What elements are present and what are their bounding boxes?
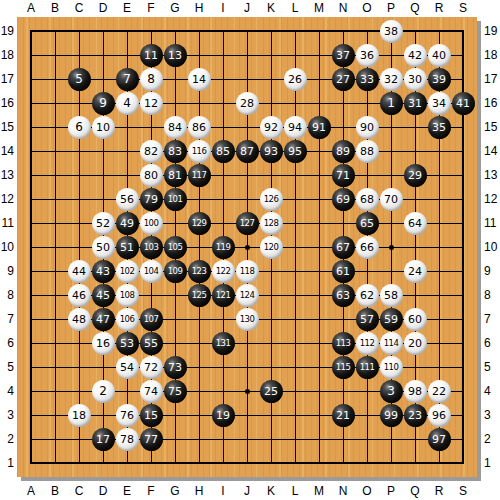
row-label-left: 15 xyxy=(0,119,14,135)
stone-W-P12: 70 xyxy=(380,188,403,211)
col-label-bottom: A xyxy=(19,484,43,499)
move-number: 75 xyxy=(168,386,182,397)
move-number: 8 xyxy=(147,73,155,85)
stone-W-E3: 76 xyxy=(116,404,139,427)
stone-B-M15: 91 xyxy=(308,116,331,139)
stone-W-J9: 118 xyxy=(236,260,259,283)
row-label-right: 10 xyxy=(484,239,498,255)
move-number: 39 xyxy=(432,74,446,85)
stone-B-G4: 75 xyxy=(164,380,187,403)
stone-B-P7: 59 xyxy=(380,308,403,331)
col-label-bottom: J xyxy=(235,484,259,499)
move-number: 33 xyxy=(360,74,374,85)
stone-B-L14: 95 xyxy=(284,140,307,163)
move-number: 89 xyxy=(336,146,350,157)
move-number: 4 xyxy=(123,97,131,109)
stone-W-D10: 50 xyxy=(92,236,115,259)
move-number: 68 xyxy=(360,194,374,205)
move-number: 14 xyxy=(192,74,206,85)
stone-B-N13: 71 xyxy=(332,164,355,187)
move-number: 110 xyxy=(384,363,399,372)
stone-W-R4: 22 xyxy=(428,380,451,403)
row-label-right: 18 xyxy=(484,47,498,63)
move-number: 106 xyxy=(120,315,135,324)
move-number: 127 xyxy=(240,219,255,228)
move-number: 83 xyxy=(168,146,182,157)
stone-W-D15: 10 xyxy=(92,116,115,139)
move-number: 22 xyxy=(432,386,446,397)
stone-W-Q9: 24 xyxy=(404,260,427,283)
move-number: 69 xyxy=(336,194,350,205)
move-number: 124 xyxy=(240,291,255,300)
move-number: 13 xyxy=(168,50,182,61)
stone-B-K14: 93 xyxy=(260,140,283,163)
stone-W-E5: 54 xyxy=(116,356,139,379)
stone-B-I3: 19 xyxy=(212,404,235,427)
stone-W-O18: 36 xyxy=(356,44,379,67)
move-number: 86 xyxy=(192,122,206,133)
stone-B-N14: 89 xyxy=(332,140,355,163)
move-number: 20 xyxy=(408,338,422,349)
row-label-right: 12 xyxy=(484,191,498,207)
stone-B-J14: 87 xyxy=(236,140,259,163)
go-board: 1234567891011121314151617181920212223242… xyxy=(17,17,477,477)
row-label-left: 16 xyxy=(0,95,14,111)
move-number: 128 xyxy=(264,219,279,228)
stone-W-O8: 62 xyxy=(356,284,379,307)
stone-W-F9: 104 xyxy=(140,260,163,283)
stone-B-D8: 45 xyxy=(92,284,115,307)
col-label-bottom: F xyxy=(139,484,163,499)
row-label-left: 12 xyxy=(0,191,14,207)
stone-W-Q11: 64 xyxy=(404,212,427,235)
stone-B-D16: 9 xyxy=(92,92,115,115)
move-number: 42 xyxy=(408,50,422,61)
stone-B-R15: 35 xyxy=(428,116,451,139)
stone-W-F16: 12 xyxy=(140,92,163,115)
stone-B-G12: 101 xyxy=(164,188,187,211)
move-number: 58 xyxy=(384,290,398,301)
move-number: 118 xyxy=(240,267,255,276)
col-label-bottom: C xyxy=(67,484,91,499)
move-number: 72 xyxy=(144,362,158,373)
stone-W-D6: 16 xyxy=(92,332,115,355)
col-label-top: B xyxy=(43,1,67,16)
stone-B-D9: 43 xyxy=(92,260,115,283)
row-label-left: 14 xyxy=(0,143,14,159)
stone-B-N17: 27 xyxy=(332,68,355,91)
move-number: 101 xyxy=(168,195,183,204)
star-point xyxy=(389,245,394,250)
col-label-top: C xyxy=(67,1,91,16)
move-number: 62 xyxy=(360,290,374,301)
stone-B-N12: 69 xyxy=(332,188,355,211)
stone-W-R16: 34 xyxy=(428,92,451,115)
row-label-right: 13 xyxy=(484,167,498,183)
move-number: 78 xyxy=(120,434,134,445)
stone-B-D7: 47 xyxy=(92,308,115,331)
stone-B-I8: 121 xyxy=(212,284,235,307)
stone-W-J8: 124 xyxy=(236,284,259,307)
move-number: 123 xyxy=(192,267,207,276)
move-number: 97 xyxy=(432,434,446,445)
move-number: 111 xyxy=(360,363,375,372)
stone-B-H9: 123 xyxy=(188,260,211,283)
move-number: 88 xyxy=(360,146,374,157)
stone-W-K12: 126 xyxy=(260,188,283,211)
stone-B-F10: 103 xyxy=(140,236,163,259)
move-number: 94 xyxy=(288,122,302,133)
col-label-bottom: Q xyxy=(403,484,427,499)
stone-W-F17: 8 xyxy=(140,68,163,91)
row-label-right: 6 xyxy=(484,335,498,351)
row-label-right: 1 xyxy=(484,455,498,471)
move-number: 80 xyxy=(144,170,158,181)
col-label-bottom: L xyxy=(283,484,307,499)
stone-W-C7: 48 xyxy=(68,308,91,331)
stone-W-E12: 56 xyxy=(116,188,139,211)
move-number: 120 xyxy=(264,243,279,252)
move-number: 49 xyxy=(120,218,134,229)
stone-B-J11: 127 xyxy=(236,212,259,235)
stone-W-F4: 74 xyxy=(140,380,163,403)
stone-B-F6: 55 xyxy=(140,332,163,355)
move-number: 117 xyxy=(192,171,207,180)
move-number: 81 xyxy=(168,170,182,181)
col-label-top: A xyxy=(19,1,43,16)
move-number: 10 xyxy=(96,122,110,133)
stone-B-E10: 51 xyxy=(116,236,139,259)
move-number: 82 xyxy=(144,146,158,157)
stone-B-F12: 79 xyxy=(140,188,163,211)
move-number: 38 xyxy=(384,26,398,37)
col-label-top: G xyxy=(163,1,187,16)
stone-W-E7: 106 xyxy=(116,308,139,331)
col-label-top: L xyxy=(283,1,307,16)
move-number: 26 xyxy=(288,74,302,85)
col-label-bottom: M xyxy=(307,484,331,499)
stone-B-G18: 13 xyxy=(164,44,187,67)
move-number: 85 xyxy=(216,146,230,157)
row-label-left: 4 xyxy=(0,383,14,399)
move-number: 107 xyxy=(144,315,159,324)
stone-W-H14: 116 xyxy=(188,140,211,163)
stone-B-H8: 125 xyxy=(188,284,211,307)
move-number: 34 xyxy=(432,98,446,109)
kifu-diagram: ABCDEFGHIJKLMNOPQRS ABCDEFGHIJKLMNOPQRS … xyxy=(0,0,500,500)
row-label-left: 13 xyxy=(0,167,14,183)
move-number: 121 xyxy=(216,291,231,300)
col-label-top: S xyxy=(451,1,475,16)
stone-B-G9: 109 xyxy=(164,260,187,283)
move-number: 116 xyxy=(192,147,207,156)
stone-B-E6: 53 xyxy=(116,332,139,355)
stone-W-P17: 32 xyxy=(380,68,403,91)
row-label-left: 10 xyxy=(0,239,14,255)
move-number: 48 xyxy=(72,314,86,325)
move-number: 11 xyxy=(144,50,158,61)
move-number: 2 xyxy=(99,385,107,397)
stone-B-P16: 1 xyxy=(380,92,403,115)
row-label-left: 9 xyxy=(0,263,14,279)
move-number: 104 xyxy=(144,267,159,276)
move-number: 17 xyxy=(96,434,110,445)
move-number: 19 xyxy=(216,410,230,421)
col-label-top: K xyxy=(259,1,283,16)
col-label-top: E xyxy=(115,1,139,16)
move-number: 65 xyxy=(360,218,374,229)
move-number: 27 xyxy=(336,74,350,85)
col-label-top: R xyxy=(427,1,451,16)
stone-W-P6: 114 xyxy=(380,332,403,355)
stone-W-Q4: 98 xyxy=(404,380,427,403)
stone-W-Q18: 42 xyxy=(404,44,427,67)
stone-W-P19: 38 xyxy=(380,20,403,43)
stone-W-O6: 112 xyxy=(356,332,379,355)
row-label-right: 14 xyxy=(484,143,498,159)
stone-B-I10: 119 xyxy=(212,236,235,259)
stone-W-H17: 14 xyxy=(188,68,211,91)
move-number: 126 xyxy=(264,195,279,204)
stone-W-O12: 68 xyxy=(356,188,379,211)
col-label-bottom: D xyxy=(91,484,115,499)
stone-W-P8: 58 xyxy=(380,284,403,307)
move-number: 46 xyxy=(72,290,86,301)
row-label-right: 15 xyxy=(484,119,498,135)
stone-W-C9: 44 xyxy=(68,260,91,283)
stone-B-N8: 63 xyxy=(332,284,355,307)
move-number: 63 xyxy=(336,290,350,301)
stone-B-P4: 3 xyxy=(380,380,403,403)
move-number: 47 xyxy=(96,314,110,325)
stone-W-F14: 82 xyxy=(140,140,163,163)
move-number: 45 xyxy=(96,290,110,301)
move-number: 98 xyxy=(408,386,422,397)
stone-W-E2: 78 xyxy=(116,428,139,451)
stone-W-D11: 52 xyxy=(92,212,115,235)
move-number: 119 xyxy=(216,243,231,252)
move-number: 37 xyxy=(336,50,350,61)
stone-W-Q7: 60 xyxy=(404,308,427,331)
move-number: 3 xyxy=(387,385,395,397)
move-number: 18 xyxy=(72,410,86,421)
move-number: 131 xyxy=(216,339,231,348)
stone-W-H15: 86 xyxy=(188,116,211,139)
stone-B-C17: 5 xyxy=(68,68,91,91)
move-number: 64 xyxy=(408,218,422,229)
col-label-bottom: R xyxy=(427,484,451,499)
col-label-top: F xyxy=(139,1,163,16)
row-label-right: 16 xyxy=(484,95,498,111)
col-label-top: I xyxy=(211,1,235,16)
move-number: 60 xyxy=(408,314,422,325)
row-label-left: 6 xyxy=(0,335,14,351)
move-number: 41 xyxy=(456,98,470,109)
move-number: 93 xyxy=(264,146,278,157)
move-number: 31 xyxy=(408,98,422,109)
move-number: 99 xyxy=(384,410,398,421)
stone-B-Q13: 29 xyxy=(404,164,427,187)
stone-W-Q6: 20 xyxy=(404,332,427,355)
move-number: 130 xyxy=(240,315,255,324)
row-label-left: 5 xyxy=(0,359,14,375)
move-number: 74 xyxy=(144,386,158,397)
stone-W-L17: 26 xyxy=(284,68,307,91)
stone-W-P5: 110 xyxy=(380,356,403,379)
stone-B-N3: 21 xyxy=(332,404,355,427)
stone-W-E16: 4 xyxy=(116,92,139,115)
col-label-bottom: S xyxy=(451,484,475,499)
stone-B-F7: 107 xyxy=(140,308,163,331)
move-number: 30 xyxy=(408,74,422,85)
col-label-top: J xyxy=(235,1,259,16)
stone-W-K15: 92 xyxy=(260,116,283,139)
stone-W-J7: 130 xyxy=(236,308,259,331)
move-number: 105 xyxy=(168,243,183,252)
stone-B-O17: 33 xyxy=(356,68,379,91)
move-number: 79 xyxy=(144,194,158,205)
stone-W-L15: 94 xyxy=(284,116,307,139)
move-number: 115 xyxy=(336,363,351,372)
move-number: 55 xyxy=(144,338,158,349)
move-number: 108 xyxy=(120,291,135,300)
stone-W-O15: 90 xyxy=(356,116,379,139)
row-label-right: 11 xyxy=(484,215,498,231)
stone-B-N10: 67 xyxy=(332,236,355,259)
move-number: 21 xyxy=(336,410,350,421)
move-number: 122 xyxy=(216,267,231,276)
stone-W-D4: 2 xyxy=(92,380,115,403)
stone-B-N6: 113 xyxy=(332,332,355,355)
move-number: 5 xyxy=(75,73,83,85)
move-number: 28 xyxy=(240,98,254,109)
grid-line xyxy=(295,31,296,463)
move-number: 9 xyxy=(99,97,107,109)
move-number: 102 xyxy=(120,267,135,276)
row-label-right: 17 xyxy=(484,71,498,87)
move-number: 73 xyxy=(168,362,182,373)
move-number: 24 xyxy=(408,266,422,277)
move-number: 92 xyxy=(264,122,278,133)
stone-B-E11: 49 xyxy=(116,212,139,235)
stone-W-F13: 80 xyxy=(140,164,163,187)
row-label-right: 3 xyxy=(484,407,498,423)
move-number: 53 xyxy=(120,338,134,349)
move-number: 125 xyxy=(192,291,207,300)
col-label-bottom: G xyxy=(163,484,187,499)
col-label-bottom: K xyxy=(259,484,283,499)
col-label-bottom: P xyxy=(379,484,403,499)
move-number: 77 xyxy=(144,434,158,445)
move-number: 87 xyxy=(240,146,254,157)
move-number: 7 xyxy=(123,73,131,85)
stone-W-C8: 46 xyxy=(68,284,91,307)
move-number: 25 xyxy=(264,386,278,397)
star-point xyxy=(245,389,250,394)
row-label-right: 19 xyxy=(484,23,498,39)
move-number: 57 xyxy=(360,314,374,325)
move-number: 23 xyxy=(408,410,422,421)
col-label-bottom: H xyxy=(187,484,211,499)
stone-W-E9: 102 xyxy=(116,260,139,283)
stone-B-Q3: 23 xyxy=(404,404,427,427)
move-number: 43 xyxy=(96,266,110,277)
stone-B-O7: 57 xyxy=(356,308,379,331)
stone-W-Q17: 30 xyxy=(404,68,427,91)
stone-B-P3: 99 xyxy=(380,404,403,427)
stone-W-E8: 108 xyxy=(116,284,139,307)
stone-W-R18: 40 xyxy=(428,44,451,67)
stone-B-F18: 11 xyxy=(140,44,163,67)
row-label-right: 4 xyxy=(484,383,498,399)
stone-B-N18: 37 xyxy=(332,44,355,67)
stone-B-R17: 39 xyxy=(428,68,451,91)
row-label-left: 18 xyxy=(0,47,14,63)
move-number: 1 xyxy=(387,97,395,109)
move-number: 44 xyxy=(72,266,86,277)
row-label-right: 9 xyxy=(484,263,498,279)
row-label-right: 5 xyxy=(484,359,498,375)
row-label-left: 2 xyxy=(0,431,14,447)
stone-W-K10: 120 xyxy=(260,236,283,259)
col-label-top: H xyxy=(187,1,211,16)
move-number: 29 xyxy=(408,170,422,181)
move-number: 129 xyxy=(192,219,207,228)
move-number: 59 xyxy=(384,314,398,325)
stone-W-J16: 28 xyxy=(236,92,259,115)
stone-B-D2: 17 xyxy=(92,428,115,451)
col-label-bottom: I xyxy=(211,484,235,499)
row-label-right: 2 xyxy=(484,431,498,447)
col-label-bottom: N xyxy=(331,484,355,499)
move-number: 109 xyxy=(168,267,183,276)
move-number: 70 xyxy=(384,194,398,205)
stone-W-F5: 72 xyxy=(140,356,163,379)
move-number: 52 xyxy=(96,218,110,229)
move-number: 6 xyxy=(75,121,83,133)
col-label-top: O xyxy=(355,1,379,16)
stone-B-H13: 117 xyxy=(188,164,211,187)
move-number: 113 xyxy=(336,339,351,348)
col-label-top: M xyxy=(307,1,331,16)
row-label-left: 17 xyxy=(0,71,14,87)
stone-B-N5: 115 xyxy=(332,356,355,379)
stone-B-F2: 77 xyxy=(140,428,163,451)
move-number: 12 xyxy=(144,98,158,109)
stone-B-Q16: 31 xyxy=(404,92,427,115)
stone-W-G15: 84 xyxy=(164,116,187,139)
stone-B-G14: 83 xyxy=(164,140,187,163)
col-label-bottom: B xyxy=(43,484,67,499)
row-label-left: 7 xyxy=(0,311,14,327)
star-point xyxy=(245,245,250,250)
col-label-bottom: O xyxy=(355,484,379,499)
stone-W-R3: 96 xyxy=(428,404,451,427)
move-number: 112 xyxy=(360,339,375,348)
move-number: 84 xyxy=(168,122,182,133)
move-number: 50 xyxy=(96,242,110,253)
stone-B-O11: 65 xyxy=(356,212,379,235)
stone-B-F3: 15 xyxy=(140,404,163,427)
move-number: 66 xyxy=(360,242,374,253)
move-number: 16 xyxy=(96,338,110,349)
stone-B-I6: 131 xyxy=(212,332,235,355)
move-number: 90 xyxy=(360,122,374,133)
move-number: 71 xyxy=(336,170,350,181)
stone-B-G13: 81 xyxy=(164,164,187,187)
row-label-left: 3 xyxy=(0,407,14,423)
stone-B-N9: 61 xyxy=(332,260,355,283)
